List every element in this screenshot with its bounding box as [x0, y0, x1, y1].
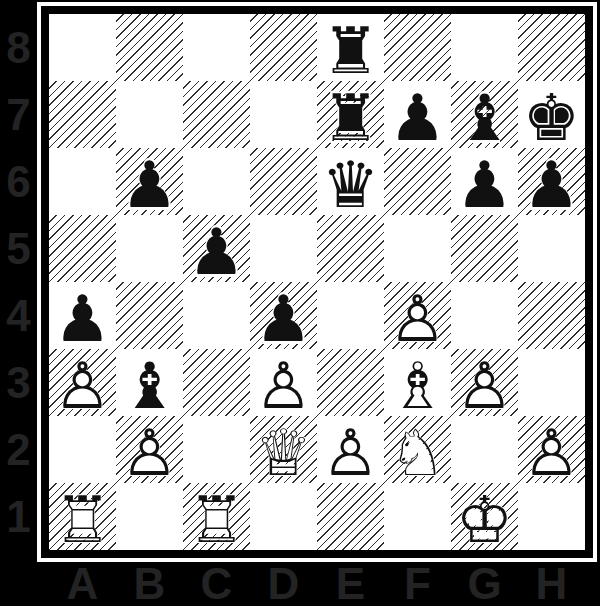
square-f2[interactable]: ♞♘	[384, 416, 451, 483]
piece-black-pawn-a4: ♟	[49, 285, 116, 352]
file-label-f: F	[384, 564, 451, 604]
white-pawn-underlay: ♟	[517, 418, 587, 488]
black-rook-underlay: ♜	[313, 80, 388, 155]
square-c4[interactable]	[183, 282, 250, 349]
piece-black-pawn-b6: ♟	[116, 151, 183, 218]
piece-black-pawn-c5: ♟	[183, 218, 250, 285]
square-h3[interactable]	[518, 349, 585, 416]
square-f6[interactable]	[384, 148, 451, 215]
rank-label-7: 7	[0, 81, 37, 148]
white-pawn-underlay: ♟	[316, 418, 386, 488]
square-h7[interactable]: ♚♚	[518, 81, 585, 148]
black-rook-underlay: ♜	[313, 13, 388, 88]
piece-white-rook-c1: ♖	[183, 486, 250, 553]
square-h4[interactable]	[518, 282, 585, 349]
file-label-b: B	[116, 564, 183, 604]
white-pawn-underlay: ♟	[450, 351, 520, 421]
square-f7[interactable]: ♟♟	[384, 81, 451, 148]
square-g8[interactable]	[451, 14, 518, 81]
rank-labels: 87654321	[0, 14, 37, 550]
square-c1[interactable]: ♜♖	[183, 483, 250, 550]
piece-white-bishop-f3: ♗	[384, 352, 451, 419]
square-a2[interactable]	[49, 416, 116, 483]
square-d6[interactable]	[250, 148, 317, 215]
piece-black-rook-e8: ♜	[317, 17, 384, 84]
square-e2[interactable]: ♟♙	[317, 416, 384, 483]
black-queen-underlay: ♛	[313, 147, 388, 222]
file-label-h: H	[518, 564, 585, 604]
white-pawn-underlay: ♟	[249, 351, 319, 421]
black-pawn-underlay: ♟	[112, 147, 187, 222]
square-e5[interactable]	[317, 215, 384, 282]
white-pawn-underlay: ♟	[383, 284, 453, 354]
piece-black-rook-e7: ♜	[317, 84, 384, 151]
square-c7[interactable]	[183, 81, 250, 148]
square-f1[interactable]	[384, 483, 451, 550]
square-a8[interactable]	[49, 14, 116, 81]
file-label-e: E	[317, 564, 384, 604]
piece-white-pawn-h2: ♙	[518, 419, 585, 486]
piece-white-queen-d2: ♕	[250, 419, 317, 486]
piece-white-pawn-f4: ♙	[384, 285, 451, 352]
file-label-a: A	[49, 564, 116, 604]
white-knight-underlay: ♞	[383, 418, 453, 488]
file-labels: ABCDEFGH	[49, 564, 585, 604]
file-label-d: D	[250, 564, 317, 604]
square-c2[interactable]	[183, 416, 250, 483]
black-king-underlay: ♚	[514, 80, 589, 155]
square-b1[interactable]	[116, 483, 183, 550]
piece-white-pawn-e2: ♙	[317, 419, 384, 486]
piece-black-pawn-d4: ♟	[250, 285, 317, 352]
rank-label-4: 4	[0, 282, 37, 349]
piece-white-knight-f2: ♘	[384, 419, 451, 486]
square-a1[interactable]: ♜♖	[49, 483, 116, 550]
white-pawn-underlay: ♟	[115, 418, 185, 488]
square-d7[interactable]	[250, 81, 317, 148]
square-h2[interactable]: ♟♙	[518, 416, 585, 483]
square-e3[interactable]	[317, 349, 384, 416]
piece-white-pawn-d3: ♙	[250, 352, 317, 419]
square-d4[interactable]: ♟♟	[250, 282, 317, 349]
square-h8[interactable]	[518, 14, 585, 81]
square-e1[interactable]	[317, 483, 384, 550]
square-a3[interactable]: ♟♙	[49, 349, 116, 416]
square-h6[interactable]: ♟♟	[518, 148, 585, 215]
piece-black-bishop-b3: ♝	[116, 352, 183, 419]
white-rook-underlay: ♜	[48, 485, 118, 555]
square-d1[interactable]	[250, 483, 317, 550]
rank-label-8: 8	[0, 14, 37, 81]
black-pawn-underlay: ♟	[514, 147, 589, 222]
square-a6[interactable]	[49, 148, 116, 215]
square-c6[interactable]	[183, 148, 250, 215]
square-g5[interactable]	[451, 215, 518, 282]
square-g7[interactable]: ♝♝	[451, 81, 518, 148]
file-label-c: C	[183, 564, 250, 604]
square-b6[interactable]: ♟♟	[116, 148, 183, 215]
square-e6[interactable]: ♛♛	[317, 148, 384, 215]
white-rook-underlay: ♜	[182, 485, 252, 555]
square-b3[interactable]: ♝♝	[116, 349, 183, 416]
rank-label-1: 1	[0, 483, 37, 550]
white-queen-underlay: ♛	[249, 418, 319, 488]
square-d5[interactable]	[250, 215, 317, 282]
square-d3[interactable]: ♟♙	[250, 349, 317, 416]
square-b8[interactable]	[116, 14, 183, 81]
square-b4[interactable]	[116, 282, 183, 349]
chess-board: ♜♜♜♜♟♟♝♝♚♚♟♟♛♛♟♟♟♟♟♟♟♟♟♟♟♙♟♙♝♝♟♙♝♗♟♙♟♙♛♕…	[49, 14, 585, 550]
black-bishop-underlay: ♝	[447, 80, 522, 155]
square-h5[interactable]	[518, 215, 585, 282]
square-a5[interactable]	[49, 215, 116, 282]
piece-white-pawn-g3: ♙	[451, 352, 518, 419]
rank-label-3: 3	[0, 349, 37, 416]
black-pawn-underlay: ♟	[246, 281, 321, 356]
square-e4[interactable]	[317, 282, 384, 349]
square-g1[interactable]: ♚♔	[451, 483, 518, 550]
piece-white-rook-a1: ♖	[49, 486, 116, 553]
white-king-underlay: ♚	[450, 485, 520, 555]
piece-black-pawn-h6: ♟	[518, 151, 585, 218]
black-pawn-underlay: ♟	[45, 281, 120, 356]
square-d2[interactable]: ♛♕	[250, 416, 317, 483]
square-f5[interactable]	[384, 215, 451, 282]
square-f4[interactable]: ♟♙	[384, 282, 451, 349]
piece-black-bishop-g7: ♝	[451, 84, 518, 151]
black-pawn-underlay: ♟	[380, 80, 455, 155]
square-d8[interactable]	[250, 14, 317, 81]
square-e7[interactable]: ♜♜	[317, 81, 384, 148]
black-bishop-underlay: ♝	[112, 348, 187, 423]
piece-white-pawn-b2: ♙	[116, 419, 183, 486]
file-label-g: G	[451, 564, 518, 604]
square-b5[interactable]	[116, 215, 183, 282]
square-g3[interactable]: ♟♙	[451, 349, 518, 416]
square-f3[interactable]: ♝♗	[384, 349, 451, 416]
black-pawn-underlay: ♟	[447, 147, 522, 222]
square-c8[interactable]	[183, 14, 250, 81]
square-c5[interactable]: ♟♟	[183, 215, 250, 282]
square-f8[interactable]	[384, 14, 451, 81]
rank-label-5: 5	[0, 215, 37, 282]
square-b2[interactable]: ♟♙	[116, 416, 183, 483]
rank-label-2: 2	[0, 416, 37, 483]
square-b7[interactable]	[116, 81, 183, 148]
square-g2[interactable]	[451, 416, 518, 483]
square-a7[interactable]	[49, 81, 116, 148]
square-e8[interactable]: ♜♜	[317, 14, 384, 81]
chess-board-frame: ♜♜♜♜♟♟♝♝♚♚♟♟♛♛♟♟♟♟♟♟♟♟♟♟♟♙♟♙♝♝♟♙♝♗♟♙♟♙♛♕…	[37, 2, 597, 562]
white-pawn-underlay: ♟	[48, 351, 118, 421]
square-h1[interactable]	[518, 483, 585, 550]
square-c3[interactable]	[183, 349, 250, 416]
piece-white-pawn-a3: ♙	[49, 352, 116, 419]
piece-black-pawn-g6: ♟	[451, 151, 518, 218]
square-g4[interactable]	[451, 282, 518, 349]
piece-black-queen-e6: ♛	[317, 151, 384, 218]
white-bishop-underlay: ♝	[383, 351, 453, 421]
rank-label-6: 6	[0, 148, 37, 215]
piece-black-pawn-f7: ♟	[384, 84, 451, 151]
piece-black-king-h7: ♚	[518, 84, 585, 151]
square-g6[interactable]: ♟♟	[451, 148, 518, 215]
square-a4[interactable]: ♟♟	[49, 282, 116, 349]
black-pawn-underlay: ♟	[179, 214, 254, 289]
piece-white-king-g1: ♔	[451, 486, 518, 553]
